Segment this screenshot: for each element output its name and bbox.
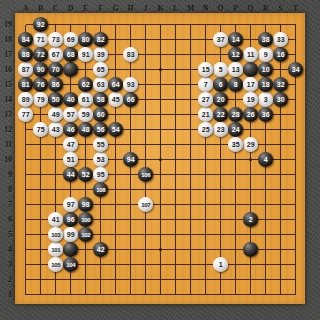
stone-move-91: 91: [78, 47, 93, 62]
stone-number: 49: [52, 111, 60, 118]
stone-number: 77: [22, 111, 30, 118]
stone-number: 36: [262, 111, 270, 118]
stone-move-1: 1: [213, 257, 228, 272]
stone-move-35: 35: [228, 137, 243, 152]
stone-number: 11: [247, 51, 254, 58]
stone-move-49: 49: [48, 107, 63, 122]
stone-number: 30: [277, 96, 285, 103]
stone-move-40: 40: [63, 92, 78, 107]
stone-number: 27: [202, 96, 210, 103]
stone-move-64: 64: [108, 77, 123, 92]
stone-number: 5: [219, 66, 223, 73]
stone-number: 16: [277, 51, 285, 58]
stone-move-62: 62: [78, 77, 93, 92]
stone-number: 61: [82, 96, 90, 103]
grid-line: [280, 25, 281, 295]
column-label: P: [231, 4, 241, 13]
stone-move-10: 10: [258, 62, 273, 77]
stone-number: 93: [127, 81, 135, 88]
column-label: D: [66, 4, 76, 13]
stone-move-81: 81: [18, 77, 33, 92]
stone-move-8: 8: [228, 77, 243, 92]
stone-number: 94: [127, 156, 135, 163]
column-label: S: [276, 4, 286, 13]
stone-number: 45: [112, 96, 120, 103]
column-label: M: [186, 4, 196, 13]
stone-move-99: 99: [63, 227, 78, 242]
row-label: 19: [1, 20, 12, 29]
stone-number: 34: [292, 66, 300, 73]
stone-number: 66: [127, 96, 135, 103]
stone-number: 10: [262, 66, 270, 73]
stone-number: 50: [52, 96, 60, 103]
stone-move-59: 59: [78, 107, 93, 122]
stone-number: 23: [217, 126, 225, 133]
stone-move-45: 45: [108, 92, 123, 107]
stone-number: 92: [37, 21, 45, 28]
column-label: Q: [246, 4, 256, 13]
stone-number: 28: [232, 111, 240, 118]
stone-number: 65: [97, 66, 105, 73]
stone-move-46: 46: [63, 122, 78, 137]
stone-move-54: 54: [108, 122, 123, 137]
stone-number: 68: [67, 51, 75, 58]
row-label: 8: [1, 185, 12, 194]
stone-move-73: 73: [48, 32, 63, 47]
column-label: J: [141, 4, 151, 13]
stone-move-63: 63: [93, 77, 108, 92]
stone-move-6: 6: [213, 77, 228, 92]
stone-move-86: 86: [48, 77, 63, 92]
stone-number: 9: [264, 51, 268, 58]
stone-move-36: 36: [258, 107, 273, 122]
stone-number: 82: [97, 36, 105, 43]
stone-number: 7: [204, 81, 208, 88]
stone-number: 4: [264, 156, 268, 163]
stone-move-4: 4: [258, 152, 273, 167]
stone-move-42: 42: [93, 242, 108, 257]
stone-move-72: 72: [33, 47, 48, 62]
stone-number: 104: [66, 262, 75, 268]
row-label: 16: [1, 65, 12, 74]
stone-number: 71: [37, 36, 45, 43]
stone-move-18: 18: [258, 77, 273, 92]
stone-move-43: 43: [48, 122, 63, 137]
row-label: 18: [1, 35, 12, 44]
stone-number: 79: [37, 96, 45, 103]
stone-move-102: 102: [78, 227, 93, 242]
stone-move-80: 80: [78, 32, 93, 47]
stone-move-13: 13: [228, 62, 243, 77]
stone-move-24: 24: [228, 122, 243, 137]
column-label: B: [36, 4, 46, 13]
stone-move-58: 58: [93, 92, 108, 107]
stone-move-101: 101: [48, 242, 63, 257]
stone-number: 97: [67, 201, 75, 208]
stone-move-65: 65: [93, 62, 108, 77]
stone-number: 1: [219, 261, 223, 268]
stone-move-41: 41: [48, 212, 63, 227]
stone-move-37: 37: [213, 32, 228, 47]
stone-move-29: 29: [243, 137, 258, 152]
stone-number: 33: [277, 36, 285, 43]
handicap-stone-Q16: [243, 62, 258, 77]
stone-number: 91: [82, 51, 90, 58]
stone-number: 107: [141, 202, 150, 208]
stone-move-76: 76: [33, 77, 48, 92]
stone-move-48: 48: [78, 122, 93, 137]
row-label: 2: [1, 275, 12, 284]
stone-number: 12: [232, 51, 240, 58]
stone-move-39: 39: [93, 47, 108, 62]
stone-number: 101: [51, 247, 60, 253]
stone-number: 90: [37, 66, 45, 73]
stone-number: 67: [52, 51, 60, 58]
stone-number: 39: [97, 51, 105, 58]
stone-move-26: 26: [243, 107, 258, 122]
stone-move-33: 33: [273, 32, 288, 47]
stone-number: 57: [67, 111, 75, 118]
row-label: 7: [1, 200, 12, 209]
stone-number: 13: [232, 66, 240, 73]
row-label: 3: [1, 260, 12, 269]
column-label: N: [201, 4, 211, 13]
stone-move-53: 53: [93, 152, 108, 167]
stone-move-70: 70: [48, 62, 63, 77]
stone-move-51: 51: [63, 152, 78, 167]
stone-move-16: 16: [273, 47, 288, 62]
stone-number: 26: [247, 111, 255, 118]
stone-number: 88: [22, 51, 30, 58]
column-label: G: [111, 4, 121, 13]
stone-number: 84: [22, 36, 30, 43]
stone-number: 24: [232, 126, 240, 133]
stone-move-15: 15: [198, 62, 213, 77]
row-label: 5: [1, 230, 12, 239]
grid-line: [26, 189, 296, 190]
stone-number: 40: [67, 96, 75, 103]
stone-number: 69: [67, 36, 75, 43]
stone-number: 62: [82, 81, 90, 88]
grid-line: [175, 25, 176, 295]
stone-move-79: 79: [33, 92, 48, 107]
stone-move-67: 67: [48, 47, 63, 62]
stone-move-94: 94: [123, 152, 138, 167]
stone-number: 25: [202, 126, 210, 133]
row-label: 12: [1, 125, 12, 134]
stone-move-104: 104: [63, 257, 78, 272]
stone-move-2: 2: [243, 212, 258, 227]
stone-move-38: 38: [258, 32, 273, 47]
stone-number: 47: [67, 141, 75, 148]
stone-number: 106: [141, 172, 150, 178]
stone-number: 98: [82, 201, 90, 208]
stone-move-7: 7: [198, 77, 213, 92]
column-label: A: [21, 4, 31, 13]
stone-number: 80: [82, 36, 90, 43]
stone-move-77: 77: [18, 107, 33, 122]
stone-number: 95: [97, 171, 105, 178]
stone-move-11: 11: [243, 47, 258, 62]
stone-number: 102: [81, 232, 90, 238]
grid-line: [26, 279, 296, 280]
stone-move-56: 56: [93, 122, 108, 137]
column-label: C: [51, 4, 61, 13]
stone-move-68: 68: [63, 47, 78, 62]
row-label: 11: [1, 140, 12, 149]
stone-number: 58: [97, 96, 105, 103]
stone-number: 103: [51, 232, 60, 238]
stone-number: 37: [217, 36, 225, 43]
stone-move-83: 83: [123, 47, 138, 62]
stone-move-87: 87: [18, 62, 33, 77]
stone-number: 70: [52, 66, 60, 73]
stone-number: 44: [67, 171, 75, 178]
stone-move-47: 47: [63, 137, 78, 152]
column-label: F: [96, 4, 106, 13]
stone-move-28: 28: [228, 107, 243, 122]
stone-number: 29: [247, 141, 255, 148]
stone-number: 87: [22, 66, 30, 73]
column-label: H: [126, 4, 136, 13]
grid-line: [190, 25, 191, 295]
row-label: 15: [1, 80, 12, 89]
stone-move-25: 25: [198, 122, 213, 137]
stone-number: 75: [37, 126, 45, 133]
row-label: 17: [1, 50, 12, 59]
stone-move-97: 97: [63, 197, 78, 212]
stone-number: 73: [52, 36, 60, 43]
column-label: T: [291, 4, 301, 13]
stone-move-66: 66: [123, 92, 138, 107]
stone-number: 32: [277, 81, 285, 88]
stone-number: 81: [22, 81, 30, 88]
stone-move-12: 12: [228, 47, 243, 62]
stone-move-32: 32: [273, 77, 288, 92]
stone-move-20: 20: [213, 92, 228, 107]
stone-number: 14: [232, 36, 240, 43]
row-label: 6: [1, 215, 12, 224]
stone-move-103: 103: [48, 227, 63, 242]
stone-move-84: 84: [18, 32, 33, 47]
stone-move-100: 100: [78, 212, 93, 227]
stone-move-82: 82: [93, 32, 108, 47]
stone-number: 89: [22, 96, 30, 103]
handicap-stone-Q4: [243, 242, 258, 257]
stone-move-88: 88: [18, 47, 33, 62]
stone-move-19: 19: [243, 92, 258, 107]
stone-move-9: 9: [258, 47, 273, 62]
stone-number: 56: [97, 126, 105, 133]
stone-number: 54: [112, 126, 120, 133]
stone-number: 52: [82, 171, 90, 178]
stone-number: 55: [97, 141, 105, 148]
stone-move-57: 57: [63, 107, 78, 122]
stone-number: 42: [97, 246, 105, 253]
stone-move-17: 17: [243, 77, 258, 92]
stone-number: 35: [232, 141, 240, 148]
stone-move-50: 50: [48, 92, 63, 107]
stone-number: 18: [262, 81, 270, 88]
stone-move-60: 60: [93, 107, 108, 122]
stone-number: 22: [217, 111, 225, 118]
row-label: 1: [1, 290, 12, 299]
stone-move-106: 106: [138, 167, 153, 182]
stone-number: 43: [52, 126, 60, 133]
stone-move-92: 92: [33, 17, 48, 32]
stone-move-23: 23: [213, 122, 228, 137]
stone-move-107: 107: [138, 197, 153, 212]
stone-number: 20: [217, 96, 225, 103]
stone-move-30: 30: [273, 92, 288, 107]
stone-move-95: 95: [93, 167, 108, 182]
stone-move-89: 89: [18, 92, 33, 107]
stone-number: 6: [219, 81, 223, 88]
stone-move-52: 52: [78, 167, 93, 182]
grid-line: [26, 294, 296, 295]
row-label: 4: [1, 245, 12, 254]
stone-move-105: 105: [48, 257, 63, 272]
stone-move-108: 108: [93, 182, 108, 197]
stone-number: 48: [82, 126, 90, 133]
stone-number: 100: [81, 217, 90, 223]
stone-number: 46: [67, 126, 75, 133]
goban-screenshot: ABCDEFGHJKLMNOPQRST191817161514131211109…: [0, 0, 320, 320]
stone-number: 76: [37, 81, 45, 88]
stone-number: 105: [51, 262, 60, 268]
stone-number: 96: [67, 216, 75, 223]
stone-number: 83: [127, 51, 135, 58]
column-label: O: [216, 4, 226, 13]
stone-move-75: 75: [33, 122, 48, 137]
stone-number: 2: [249, 216, 253, 223]
stone-number: 38: [262, 36, 270, 43]
stone-move-90: 90: [33, 62, 48, 77]
stone-move-98: 98: [78, 197, 93, 212]
stone-move-5: 5: [213, 62, 228, 77]
stone-number: 72: [37, 51, 45, 58]
stone-move-96: 96: [63, 212, 78, 227]
column-label: E: [81, 4, 91, 13]
stone-number: 64: [112, 81, 120, 88]
stone-move-61: 61: [78, 92, 93, 107]
stone-number: 60: [97, 111, 105, 118]
column-label: K: [156, 4, 166, 13]
stone-number: 17: [247, 81, 255, 88]
stone-number: 59: [82, 111, 90, 118]
stone-number: 41: [52, 216, 60, 223]
stone-move-22: 22: [213, 107, 228, 122]
stone-number: 51: [67, 156, 75, 163]
column-label: R: [261, 4, 271, 13]
stone-move-71: 71: [33, 32, 48, 47]
row-label: 13: [1, 110, 12, 119]
stone-move-3: 3: [258, 92, 273, 107]
row-label: 9: [1, 170, 12, 179]
stone-move-27: 27: [198, 92, 213, 107]
stone-move-21: 21: [198, 107, 213, 122]
stone-move-69: 69: [63, 32, 78, 47]
stone-move-34: 34: [288, 62, 303, 77]
stone-number: 8: [234, 81, 238, 88]
handicap-stone-D16: [63, 62, 78, 77]
stone-move-93: 93: [123, 77, 138, 92]
stone-move-14: 14: [228, 32, 243, 47]
stone-number: 21: [202, 111, 210, 118]
stone-number: 99: [67, 231, 75, 238]
handicap-stone-D4: [63, 242, 78, 257]
stone-number: 63: [97, 81, 105, 88]
column-label: L: [171, 4, 181, 13]
stone-number: 19: [247, 96, 255, 103]
stone-move-55: 55: [93, 137, 108, 152]
row-label: 10: [1, 155, 12, 164]
row-label: 14: [1, 95, 12, 104]
stone-number: 15: [202, 66, 210, 73]
stone-number: 3: [264, 96, 268, 103]
stone-move-44: 44: [63, 167, 78, 182]
stone-number: 108: [96, 187, 105, 193]
stone-number: 86: [52, 81, 60, 88]
stone-number: 53: [97, 156, 105, 163]
